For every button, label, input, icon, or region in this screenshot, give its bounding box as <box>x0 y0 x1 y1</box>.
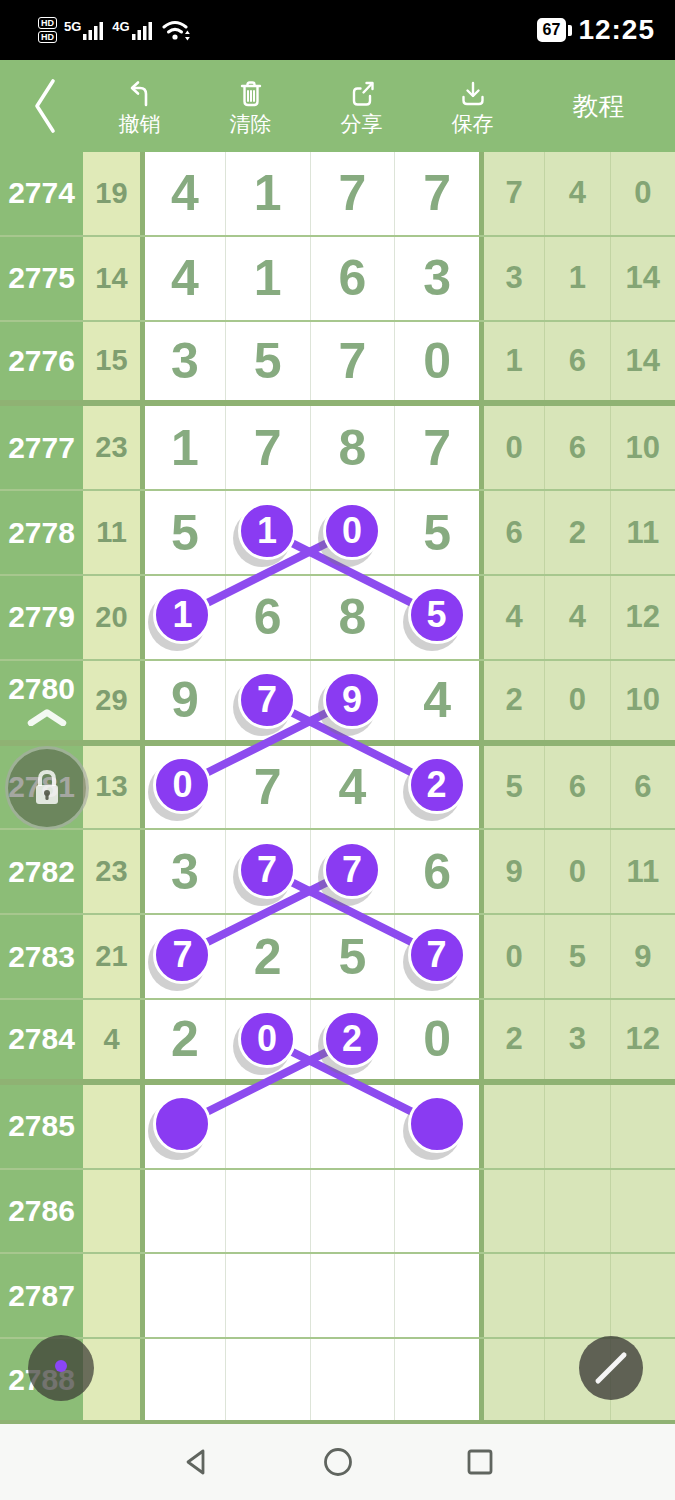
period-cell: 2787 <box>0 1254 83 1337</box>
signal-bars-icon <box>132 20 154 40</box>
status-left-cluster: HD HD 5G 4G <box>38 17 191 43</box>
stat-cell[interactable]: 6 <box>544 322 609 401</box>
drawn-circle[interactable]: 0 <box>238 1010 296 1068</box>
digit-cell[interactable]: 4 <box>140 152 225 235</box>
undo-label: 撤销 <box>119 113 161 135</box>
drawn-circle[interactable]: 7 <box>408 926 466 984</box>
drawn-circle[interactable]: 2 <box>408 756 466 814</box>
stat-cell[interactable]: 0 <box>479 406 544 489</box>
trend-chart-board: 2774194177740277514416331142776153570161… <box>0 152 675 1424</box>
digit-cell[interactable]: 0 <box>394 1000 479 1079</box>
lottery-chart-app: HD HD 5G 4G <box>0 0 675 1500</box>
stat-cell[interactable] <box>610 1085 675 1168</box>
digit-cell[interactable] <box>394 1170 479 1253</box>
clear-button[interactable]: 清除 <box>195 78 306 135</box>
period-cell: 2775 <box>0 237 83 320</box>
toolbar: 撤销 清除 分享 保存 <box>0 60 675 152</box>
stat-cell[interactable]: 11 <box>610 830 675 913</box>
signal-4g: 4G <box>112 20 153 40</box>
sum-cell: 23 <box>83 830 140 913</box>
diagonal-line-icon <box>579 1336 643 1400</box>
table-row: 2785 <box>0 1085 675 1170</box>
digit-cell[interactable]: 1 <box>225 152 310 235</box>
trash-icon <box>234 78 268 110</box>
table-row: 27792016854412 <box>0 576 675 661</box>
table-row: 2781130742566 <box>0 746 675 831</box>
stat-cell[interactable]: 11 <box>610 491 675 574</box>
stat-cell[interactable]: 0 <box>544 830 609 913</box>
table-row: 2788 <box>0 1339 675 1424</box>
digit-cell[interactable]: 1 <box>140 406 225 489</box>
digit-cell[interactable]: 6 <box>394 830 479 913</box>
digit-cell[interactable]: 5 <box>140 491 225 574</box>
digit-cell[interactable] <box>394 1339 479 1420</box>
collapse-chevron-icon[interactable] <box>24 708 70 726</box>
battery-nub <box>568 25 572 36</box>
network-5g-label: 5G <box>64 20 81 33</box>
sum-cell <box>83 1085 140 1168</box>
digit-cell[interactable]: 7 <box>394 152 479 235</box>
signal-5g: 5G <box>64 20 105 40</box>
digit-cell[interactable]: 7 <box>310 152 395 235</box>
drawn-circle[interactable]: 7 <box>153 926 211 984</box>
stat-cell[interactable] <box>544 1085 609 1168</box>
digit-cell[interactable] <box>225 1170 310 1253</box>
digit-cell[interactable]: 7 <box>394 406 479 489</box>
battery-indicator: 67 <box>537 18 573 42</box>
drawn-circle[interactable] <box>408 1095 466 1153</box>
stat-cell[interactable] <box>610 1170 675 1253</box>
stat-cell[interactable] <box>479 1085 544 1168</box>
stat-cell[interactable]: 0 <box>544 661 609 740</box>
stat-cell[interactable]: 9 <box>479 830 544 913</box>
stat-cell[interactable]: 2 <box>479 661 544 740</box>
hd-badge-icon: HD <box>38 31 57 43</box>
digit-cell[interactable] <box>225 1254 310 1337</box>
drawn-circle[interactable] <box>153 1095 211 1153</box>
stat-cell[interactable]: 5 <box>544 915 609 998</box>
stat-cell[interactable] <box>544 1170 609 1253</box>
stat-cell[interactable]: 14 <box>610 322 675 401</box>
digit-cell[interactable]: 3 <box>394 237 479 320</box>
stat-cell[interactable]: 4 <box>479 576 544 659</box>
nav-recents-square-icon <box>465 1447 495 1477</box>
table-row: 27751441633114 <box>0 237 675 322</box>
sum-cell <box>83 1170 140 1253</box>
table-row: 27772317870610 <box>0 406 675 491</box>
digit-cell[interactable] <box>140 1170 225 1253</box>
stat-cell[interactable]: 4 <box>544 152 609 235</box>
clear-label: 清除 <box>230 113 272 135</box>
android-nav-bar <box>0 1424 675 1500</box>
save-label: 保存 <box>452 113 494 135</box>
table-row: 2774194177740 <box>0 152 675 237</box>
digit-cell[interactable]: 6 <box>310 237 395 320</box>
digit-cell[interactable]: 4 <box>394 661 479 740</box>
nav-home-button[interactable] <box>322 1446 354 1478</box>
digit-cell[interactable] <box>310 1254 395 1337</box>
stat-cell[interactable]: 2 <box>479 1000 544 1079</box>
stat-cell[interactable]: 6 <box>544 746 609 829</box>
drawn-circle[interactable]: 7 <box>238 671 296 729</box>
undo-icon <box>123 78 157 110</box>
clock: 12:25 <box>578 14 655 46</box>
share-label: 分享 <box>341 113 383 135</box>
wifi-icon <box>161 18 191 42</box>
period-cell: 2776 <box>0 322 83 401</box>
stat-cell[interactable]: 3 <box>544 1000 609 1079</box>
sum-cell: 15 <box>83 322 140 401</box>
stat-cell[interactable]: 10 <box>610 406 675 489</box>
digit-cell[interactable] <box>140 1254 225 1337</box>
digit-cell[interactable]: 5 <box>394 491 479 574</box>
drawn-circle[interactable]: 9 <box>323 671 381 729</box>
digit-cell[interactable]: 2 <box>140 1000 225 1079</box>
digit-cell[interactable]: 4 <box>310 746 395 829</box>
digit-cell[interactable]: 0 <box>394 322 479 401</box>
lock-button[interactable] <box>5 746 89 830</box>
network-4g-label: 4G <box>112 20 129 33</box>
digit-cell[interactable]: 8 <box>310 576 395 659</box>
digit-cell[interactable] <box>225 1085 310 1168</box>
stat-cell[interactable]: 6 <box>544 406 609 489</box>
table-row: 2787 <box>0 1254 675 1339</box>
purple-dot-icon <box>55 1360 67 1372</box>
nav-recents-button[interactable] <box>465 1447 495 1477</box>
drawn-circle[interactable]: 0 <box>323 502 381 560</box>
period-cell: 2786 <box>0 1170 83 1253</box>
period-cell: 2782 <box>0 830 83 913</box>
hd-badge-icon: HD <box>38 17 57 29</box>
period-cell: 2779 <box>0 576 83 659</box>
stat-cell[interactable] <box>479 1254 544 1337</box>
period-cell: 2780 <box>0 661 83 740</box>
sum-cell: 4 <box>83 1000 140 1079</box>
sum-cell: 20 <box>83 576 140 659</box>
drawn-circle[interactable]: 5 <box>408 586 466 644</box>
drawn-circle[interactable]: 7 <box>238 841 296 899</box>
stat-cell[interactable]: 5 <box>479 746 544 829</box>
back-chevron-icon <box>30 75 60 137</box>
nav-back-triangle-icon <box>181 1447 211 1477</box>
stat-cell[interactable]: 2 <box>544 491 609 574</box>
stat-cell[interactable]: 4 <box>544 576 609 659</box>
table-row: 2786 <box>0 1170 675 1255</box>
digit-cell[interactable]: 8 <box>310 406 395 489</box>
digit-cell[interactable]: 5 <box>225 322 310 401</box>
nav-back-button[interactable] <box>181 1447 211 1477</box>
stat-cell[interactable]: 1 <box>544 237 609 320</box>
digit-cell[interactable]: 7 <box>225 746 310 829</box>
digit-cell[interactable] <box>225 1339 310 1420</box>
table-row: 27761535701614 <box>0 322 675 407</box>
stat-cell[interactable]: 6 <box>610 746 675 829</box>
board-rows: 2774194177740277514416331142776153570161… <box>0 152 675 1424</box>
digit-cell[interactable] <box>310 1339 395 1420</box>
period-cell: 2778 <box>0 491 83 574</box>
period-cell: 2783 <box>0 915 83 998</box>
drawn-circle[interactable]: 2 <box>323 1010 381 1068</box>
digit-cell[interactable] <box>310 1170 395 1253</box>
digit-cell[interactable] <box>310 1085 395 1168</box>
save-button[interactable]: 保存 <box>417 78 528 135</box>
digit-cell[interactable] <box>394 1254 479 1337</box>
digit-cell[interactable]: 2 <box>225 915 310 998</box>
digit-cell[interactable]: 7 <box>225 406 310 489</box>
signal-bars-icon <box>83 20 105 40</box>
stat-cell[interactable] <box>610 1254 675 1337</box>
draw-line-button[interactable] <box>579 1336 643 1400</box>
digit-cell[interactable]: 7 <box>310 322 395 401</box>
period-cell: 2785 <box>0 1085 83 1168</box>
sum-cell <box>83 1254 140 1337</box>
status-bar: HD HD 5G 4G <box>0 0 675 60</box>
digit-cell[interactable]: 1 <box>225 237 310 320</box>
stat-cell[interactable]: 0 <box>610 152 675 235</box>
sum-cell: 14 <box>83 237 140 320</box>
sum-cell: 23 <box>83 406 140 489</box>
lock-icon <box>28 767 66 809</box>
drawn-circle[interactable]: 0 <box>153 756 211 814</box>
stat-cell[interactable]: 12 <box>610 1000 675 1079</box>
sum-cell: 13 <box>83 746 140 829</box>
sum-cell: 21 <box>83 915 140 998</box>
stat-cell[interactable]: 3 <box>479 237 544 320</box>
drawn-circle[interactable]: 1 <box>153 586 211 644</box>
period-cell: 2777 <box>0 406 83 489</box>
stat-cell[interactable]: 10 <box>610 661 675 740</box>
stat-cell[interactable]: 12 <box>610 576 675 659</box>
digit-cell[interactable]: 4 <box>140 237 225 320</box>
stat-cell[interactable] <box>479 1170 544 1253</box>
stat-cell[interactable]: 9 <box>610 915 675 998</box>
stat-cell[interactable]: 7 <box>479 152 544 235</box>
sum-cell: 19 <box>83 152 140 235</box>
digit-cell[interactable]: 6 <box>225 576 310 659</box>
battery-percent: 67 <box>537 18 567 42</box>
stat-cell[interactable] <box>544 1254 609 1337</box>
stat-cell[interactable]: 14 <box>610 237 675 320</box>
stat-cell[interactable]: 1 <box>479 322 544 401</box>
drawn-circle[interactable]: 1 <box>238 502 296 560</box>
undo-button[interactable]: 撤销 <box>84 78 195 135</box>
save-download-icon <box>456 78 490 110</box>
stat-cell[interactable]: 0 <box>479 915 544 998</box>
back-button[interactable] <box>6 75 84 137</box>
digit-cell[interactable]: 5 <box>310 915 395 998</box>
period-cell: 2784 <box>0 1000 83 1079</box>
draw-dot-button[interactable] <box>28 1335 94 1401</box>
nav-home-circle-icon <box>322 1446 354 1478</box>
digit-cell[interactable] <box>140 1339 225 1420</box>
tutorial-button[interactable]: 教程 <box>528 89 669 124</box>
stat-cell[interactable] <box>479 1339 544 1420</box>
sum-cell: 29 <box>83 661 140 740</box>
drawn-circle[interactable]: 7 <box>323 841 381 899</box>
sum-cell: 11 <box>83 491 140 574</box>
period-cell: 2774 <box>0 152 83 235</box>
hd-badges: HD HD <box>38 17 57 43</box>
share-icon <box>345 78 379 110</box>
digit-cell[interactable]: 9 <box>140 661 225 740</box>
digit-cell[interactable]: 3 <box>140 322 225 401</box>
share-button[interactable]: 分享 <box>306 78 417 135</box>
digit-cell[interactable]: 3 <box>140 830 225 913</box>
table-row: 2783217257059 <box>0 915 675 1000</box>
stat-cell[interactable]: 6 <box>479 491 544 574</box>
status-right-cluster: 67 12:25 <box>537 14 655 46</box>
